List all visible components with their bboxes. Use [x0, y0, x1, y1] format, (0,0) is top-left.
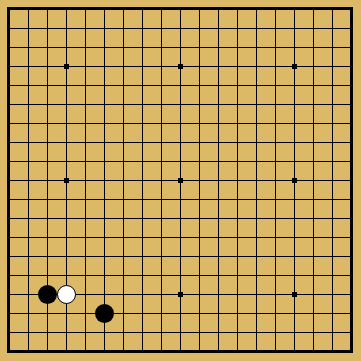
black-stone-F3[interactable]: [95, 304, 114, 323]
black-stone-C4[interactable]: [38, 285, 57, 304]
go-board[interactable]: [0, 0, 361, 361]
stones-layer: [0, 0, 361, 361]
white-stone-D4[interactable]: [57, 285, 76, 304]
